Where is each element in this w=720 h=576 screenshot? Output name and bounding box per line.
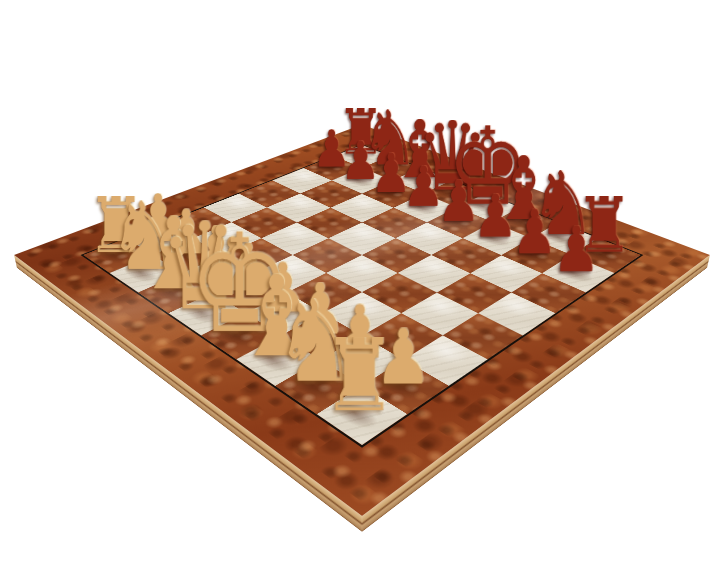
square-c6[interactable] <box>330 194 393 223</box>
chess-set-photo: ♜♞♝♛♚♝♞♜♟♟♟♟♟♟♟♟♟♟♟♟♟♟♟♟♜♞♝♛♚♝♞♜ <box>116 9 608 501</box>
chess-board: ♜♞♝♛♚♝♞♜♟♟♟♟♟♟♟♟♟♟♟♟♟♟♟♟♜♞♝♛♚♝♞♜ <box>14 125 710 516</box>
piece-white-rook[interactable]: ♜ <box>322 337 398 416</box>
piece-red-pawn[interactable]: ♟ <box>512 208 558 256</box>
square-h1[interactable]: ♜ <box>317 386 408 445</box>
playing-field: ♜♞♝♛♚♝♞♜♟♟♟♟♟♟♟♟♟♟♟♟♟♟♟♟♜♞♝♛♚♝♞♜ <box>81 144 644 447</box>
piece-red-pawn[interactable]: ♟ <box>553 225 601 274</box>
